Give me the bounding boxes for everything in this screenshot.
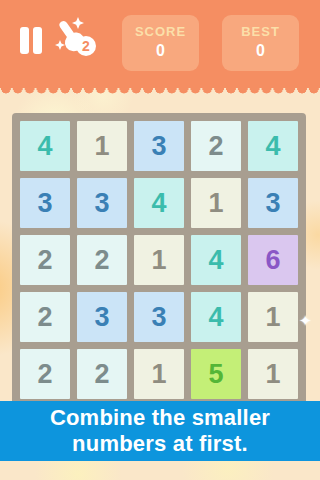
board-cell[interactable]: 1 <box>248 349 298 399</box>
board: 4132433413221462334122151 <box>12 113 306 407</box>
score-label: SCORE <box>122 24 199 39</box>
top-bar: 2 SCORE 0 BEST 0 <box>0 0 320 88</box>
board-cell[interactable]: 2 <box>77 235 127 285</box>
score-box: SCORE 0 <box>122 15 199 71</box>
tap-doubler-hand-icon: 2 <box>52 15 98 61</box>
tip-text-line1: Combine the smaller <box>50 405 270 431</box>
board-cell[interactable]: 1 <box>248 292 298 342</box>
board-cell[interactable]: 2 <box>20 292 70 342</box>
board-cell[interactable]: 4 <box>134 178 184 228</box>
doubler-booster-button[interactable]: 2 <box>52 15 98 61</box>
best-box: BEST 0 <box>222 15 299 71</box>
best-value: 0 <box>222 42 299 60</box>
board-cell[interactable]: 4 <box>191 292 241 342</box>
sparkle-icon <box>55 40 65 50</box>
booster-count-badge: 2 <box>82 38 90 54</box>
sparkle-icon <box>72 17 84 29</box>
board-cell[interactable]: 4 <box>20 121 70 171</box>
pause-button[interactable] <box>20 27 42 54</box>
pause-icon <box>20 27 29 54</box>
sparkle-decoration: ✦ <box>299 312 312 330</box>
board-cell[interactable]: 1 <box>134 349 184 399</box>
score-value: 0 <box>122 42 199 60</box>
board-cell[interactable]: 3 <box>248 178 298 228</box>
board-cell[interactable]: 2 <box>77 349 127 399</box>
board-cell[interactable]: 2 <box>20 235 70 285</box>
board-cell[interactable]: 4 <box>191 235 241 285</box>
best-label: BEST <box>222 24 299 39</box>
board-cell[interactable]: 3 <box>134 121 184 171</box>
header-wave-edge <box>0 88 320 98</box>
board-cell[interactable]: 4 <box>248 121 298 171</box>
game-screen: 2 SCORE 0 BEST 0 41324334132214623341221… <box>0 0 320 480</box>
board-cell[interactable]: 5 <box>191 349 241 399</box>
board-cell[interactable]: 2 <box>191 121 241 171</box>
board-cell[interactable]: 1 <box>134 235 184 285</box>
tip-banner: Combine the smaller numbers at first. <box>0 401 320 461</box>
board-cell[interactable]: 3 <box>77 178 127 228</box>
board-cell[interactable]: 3 <box>77 292 127 342</box>
board-cell[interactable]: 6 <box>248 235 298 285</box>
board-cell[interactable]: 1 <box>191 178 241 228</box>
board-cell[interactable]: 2 <box>20 349 70 399</box>
board-cell[interactable]: 1 <box>77 121 127 171</box>
tip-text-line2: numbers at first. <box>72 431 248 457</box>
pause-icon <box>33 27 42 54</box>
board-cell[interactable]: 3 <box>134 292 184 342</box>
board-cell[interactable]: 3 <box>20 178 70 228</box>
